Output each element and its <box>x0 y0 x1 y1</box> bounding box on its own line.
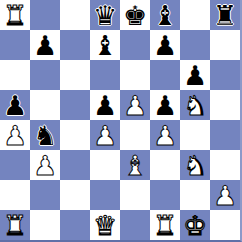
square-c8[interactable] <box>60 0 90 30</box>
piece-white-rook-a1[interactable]: ♜ <box>3 212 27 239</box>
square-g1[interactable]: ♚ <box>180 210 210 240</box>
piece-white-rook-a8[interactable]: ♜ <box>3 2 27 29</box>
square-b7[interactable]: ♟ <box>30 30 60 60</box>
piece-white-pawn-b3[interactable]: ♟ <box>33 152 57 179</box>
square-e1[interactable] <box>120 210 150 240</box>
square-e5[interactable]: ♟ <box>120 90 150 120</box>
square-a5[interactable]: ♟ <box>0 90 30 120</box>
square-c5[interactable] <box>60 90 90 120</box>
square-e6[interactable] <box>120 60 150 90</box>
square-f8[interactable]: ♝ <box>150 0 180 30</box>
square-b3[interactable]: ♟ <box>30 150 60 180</box>
piece-white-pawn-e5[interactable]: ♟ <box>123 92 147 119</box>
square-h5[interactable] <box>210 90 240 120</box>
piece-black-pawn-f7[interactable]: ♟ <box>153 32 177 59</box>
square-a1[interactable]: ♜ <box>0 210 30 240</box>
square-b8[interactable] <box>30 0 60 30</box>
piece-black-pawn-a5[interactable]: ♟ <box>3 92 27 119</box>
square-f3[interactable] <box>150 150 180 180</box>
square-g7[interactable] <box>180 30 210 60</box>
piece-white-pawn-a4[interactable]: ♟ <box>3 122 27 149</box>
square-h1[interactable] <box>210 210 240 240</box>
square-d2[interactable] <box>90 180 120 210</box>
piece-white-king-g1[interactable]: ♚ <box>183 212 207 239</box>
square-e2[interactable] <box>120 180 150 210</box>
square-h2[interactable]: ♟ <box>210 180 240 210</box>
square-h6[interactable] <box>210 60 240 90</box>
square-d1[interactable]: ♛ <box>90 210 120 240</box>
square-b4[interactable]: ♞ <box>30 120 60 150</box>
piece-white-rook-f1[interactable]: ♜ <box>153 212 177 239</box>
square-c4[interactable] <box>60 120 90 150</box>
square-d5[interactable]: ♟ <box>90 90 120 120</box>
square-f2[interactable] <box>150 180 180 210</box>
piece-black-rook-h8[interactable]: ♜ <box>213 2 237 29</box>
square-d6[interactable] <box>90 60 120 90</box>
square-a4[interactable]: ♟ <box>0 120 30 150</box>
square-e4[interactable] <box>120 120 150 150</box>
square-f7[interactable]: ♟ <box>150 30 180 60</box>
chessboard: ♜♛♚♝♜♟♝♟♟♟♟♟♟♞♟♞♟♟♟♝♞♟♜♛♜♚ <box>0 0 242 242</box>
square-g4[interactable] <box>180 120 210 150</box>
piece-black-pawn-d5[interactable]: ♟ <box>93 92 117 119</box>
piece-black-bishop-d7[interactable]: ♝ <box>93 32 117 59</box>
square-g6[interactable]: ♟ <box>180 60 210 90</box>
piece-white-pawn-f4[interactable]: ♟ <box>153 122 177 149</box>
square-c1[interactable] <box>60 210 90 240</box>
square-b5[interactable] <box>30 90 60 120</box>
square-g5[interactable]: ♞ <box>180 90 210 120</box>
piece-white-pawn-d4[interactable]: ♟ <box>93 122 117 149</box>
square-e3[interactable]: ♝ <box>120 150 150 180</box>
square-f4[interactable]: ♟ <box>150 120 180 150</box>
piece-white-knight-g5[interactable]: ♞ <box>183 92 207 119</box>
square-g8[interactable] <box>180 0 210 30</box>
piece-black-pawn-g6[interactable]: ♟ <box>183 62 207 89</box>
piece-white-knight-g3[interactable]: ♞ <box>183 152 207 179</box>
piece-black-queen-d8[interactable]: ♛ <box>93 2 117 29</box>
piece-black-pawn-b7[interactable]: ♟ <box>33 32 57 59</box>
piece-black-king-e8[interactable]: ♚ <box>123 2 147 29</box>
square-a8[interactable]: ♜ <box>0 0 30 30</box>
square-b1[interactable] <box>30 210 60 240</box>
square-d4[interactable]: ♟ <box>90 120 120 150</box>
square-e8[interactable]: ♚ <box>120 0 150 30</box>
square-h3[interactable] <box>210 150 240 180</box>
square-f6[interactable] <box>150 60 180 90</box>
square-a6[interactable] <box>0 60 30 90</box>
piece-black-pawn-f5[interactable]: ♟ <box>153 92 177 119</box>
square-h8[interactable]: ♜ <box>210 0 240 30</box>
square-g3[interactable]: ♞ <box>180 150 210 180</box>
square-h4[interactable] <box>210 120 240 150</box>
piece-white-queen-d1[interactable]: ♛ <box>93 212 117 239</box>
square-b2[interactable] <box>30 180 60 210</box>
square-f5[interactable]: ♟ <box>150 90 180 120</box>
square-d8[interactable]: ♛ <box>90 0 120 30</box>
square-d7[interactable]: ♝ <box>90 30 120 60</box>
square-c3[interactable] <box>60 150 90 180</box>
piece-black-knight-b4[interactable]: ♞ <box>33 122 57 149</box>
square-g2[interactable] <box>180 180 210 210</box>
square-c2[interactable] <box>60 180 90 210</box>
square-d3[interactable] <box>90 150 120 180</box>
square-b6[interactable] <box>30 60 60 90</box>
square-a3[interactable] <box>0 150 30 180</box>
piece-black-bishop-f8[interactable]: ♝ <box>153 2 177 29</box>
piece-white-bishop-e3[interactable]: ♝ <box>123 152 147 179</box>
piece-white-pawn-h2[interactable]: ♟ <box>213 182 237 209</box>
square-c7[interactable] <box>60 30 90 60</box>
square-h7[interactable] <box>210 30 240 60</box>
square-a2[interactable] <box>0 180 30 210</box>
square-c6[interactable] <box>60 60 90 90</box>
square-e7[interactable] <box>120 30 150 60</box>
square-a7[interactable] <box>0 30 30 60</box>
square-f1[interactable]: ♜ <box>150 210 180 240</box>
